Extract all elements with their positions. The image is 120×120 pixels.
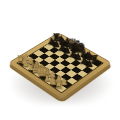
chess-set-photo: ♜♞♝♛♚♝♞♜♟♟♟♟♟♟♟♟♟♟♟♟♟♟♟♟♜♞♝♛♚♝♞♜ [0,0,120,120]
scene: ♜♞♝♛♚♝♞♜♟♟♟♟♟♟♟♟♟♟♟♟♟♟♟♟♜♞♝♛♚♝♞♜ [0,0,120,120]
board-grid: ♜♞♝♛♚♝♞♜♟♟♟♟♟♟♟♟♟♟♟♟♟♟♟♟♜♞♝♛♚♝♞♜ [18,38,103,92]
chess-board: ♜♞♝♛♚♝♞♜♟♟♟♟♟♟♟♟♟♟♟♟♟♟♟♟♜♞♝♛♚♝♞♜ [8,32,113,99]
